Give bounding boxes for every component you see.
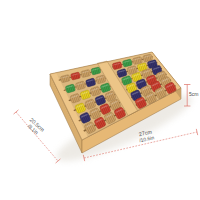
dimension-height-label: 5cm [189,91,198,97]
dimension-tick [14,110,19,114]
massager-scene: 20.5cm/8.1in27cm/10.6in5cm [0,0,200,200]
dimension-depth-label: 20.5cm/8.1in [25,116,47,137]
product-photo: 20.5cm/8.1in27cm/10.6in5cm [0,0,200,200]
dimension-depth-line [14,110,61,163]
